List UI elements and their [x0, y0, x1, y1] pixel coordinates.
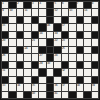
black-cell-r3c3 — [17, 17, 23, 23]
letter-cell-r5c6[interactable]: 18 — [39, 32, 45, 38]
letter-cell-r4c10[interactable] — [69, 24, 75, 30]
letter-cell-r9c12[interactable] — [84, 62, 90, 68]
black-cell-r5c11 — [77, 32, 83, 38]
clue-number: 28 — [54, 53, 57, 57]
black-cell-r3c13 — [92, 17, 98, 23]
letter-cell-r2c9[interactable] — [62, 9, 68, 15]
crossword-grid: 1234567891011121314151617181920212223242… — [0, 0, 100, 100]
clue-number: 32 — [62, 68, 65, 72]
clue-number: 9 — [2, 8, 3, 12]
black-cell-r7c7 — [47, 47, 53, 53]
letter-cell-r12c11[interactable]: 38 — [77, 84, 83, 90]
letter-cell-r13c1[interactable] — [2, 92, 8, 98]
black-cell-r7c3 — [17, 47, 23, 53]
letter-cell-r1c9[interactable]: 6 — [62, 2, 68, 8]
clue-number: 37 — [62, 83, 65, 87]
letter-cell-r6c11[interactable] — [77, 39, 83, 45]
letter-cell-r7c12[interactable] — [84, 47, 90, 53]
letter-cell-r12c2[interactable] — [9, 84, 15, 90]
letter-cell-r10c5[interactable] — [32, 69, 38, 75]
letter-cell-r10c3[interactable] — [17, 69, 23, 75]
clue-number: 26 — [2, 53, 5, 57]
letter-cell-r10c2[interactable] — [9, 69, 15, 75]
letter-cell-r10c10[interactable] — [69, 69, 75, 75]
letter-cell-r7c9[interactable]: 25 — [62, 47, 68, 53]
black-cell-r5c13 — [92, 32, 98, 38]
clue-number: 36 — [54, 83, 57, 87]
letter-cell-r5c2[interactable] — [9, 32, 15, 38]
letter-cell-r10c1[interactable]: 31 — [2, 69, 8, 75]
letter-cell-r9c10[interactable] — [69, 62, 75, 68]
clue-number: 3 — [32, 1, 33, 5]
letter-cell-r13c11[interactable] — [77, 92, 83, 98]
letter-cell-r5c10[interactable] — [69, 32, 75, 38]
letter-cell-r9c8[interactable] — [54, 62, 60, 68]
black-cell-r6c7 — [47, 39, 53, 45]
letter-cell-r12c9[interactable]: 37 — [62, 84, 68, 90]
letter-cell-r5c4[interactable] — [24, 32, 30, 38]
clue-number: 10 — [9, 8, 12, 12]
letter-cell-r12c1[interactable]: 33 — [2, 84, 8, 90]
letter-cell-r6c12[interactable] — [84, 39, 90, 45]
clue-number: 30 — [47, 61, 50, 65]
clue-number: 13 — [69, 8, 72, 12]
letter-cell-r10c13[interactable] — [92, 69, 98, 75]
letter-cell-r6c10[interactable] — [69, 39, 75, 45]
letter-cell-r6c1[interactable]: 20 — [2, 39, 8, 45]
clue-number: 7 — [77, 1, 78, 5]
letter-cell-r13c9[interactable] — [62, 92, 68, 98]
clue-number: 16 — [47, 23, 50, 27]
letter-cell-r11c4[interactable] — [24, 77, 30, 83]
letter-cell-r8c13[interactable] — [92, 54, 98, 60]
clue-number: 38 — [77, 83, 80, 87]
letter-cell-r4c3[interactable] — [17, 24, 23, 30]
clue-number: 22 — [54, 38, 57, 42]
letter-cell-r2c5[interactable] — [32, 9, 38, 15]
clue-number: 19 — [54, 31, 57, 35]
letter-cell-r13c13[interactable] — [92, 92, 98, 98]
black-cell-r10c8 — [54, 69, 60, 75]
letter-cell-r7c2[interactable] — [9, 47, 15, 53]
letter-cell-r4c7[interactable]: 16 — [47, 24, 53, 30]
letter-cell-r13c6[interactable] — [39, 92, 45, 98]
letter-cell-r3c2[interactable] — [9, 17, 15, 23]
letter-cell-r11c10[interactable] — [69, 77, 75, 83]
clue-number: 23 — [62, 38, 65, 42]
black-cell-r2c7 — [47, 9, 53, 15]
clue-number: 35 — [32, 83, 35, 87]
clue-number: 11 — [24, 8, 27, 12]
letter-cell-r5c7[interactable] — [47, 32, 53, 38]
letter-cell-r4c1[interactable]: 15 — [2, 24, 8, 30]
black-cell-r11c7 — [47, 77, 53, 83]
letter-cell-r12c12[interactable] — [84, 84, 90, 90]
black-cell-r13c4 — [24, 92, 30, 98]
black-cell-r10c6 — [39, 69, 45, 75]
letter-cell-r2c10[interactable]: 13 — [69, 9, 75, 15]
clue-number: 40 — [32, 91, 35, 95]
letter-cell-r1c11[interactable]: 7 — [77, 2, 83, 8]
clue-number: 14 — [84, 8, 87, 12]
clue-number: 4 — [39, 1, 40, 5]
letter-cell-r8c4[interactable] — [24, 54, 30, 60]
letter-cell-r3c12[interactable] — [84, 17, 90, 23]
black-cell-r1c7 — [47, 2, 53, 8]
letter-cell-r6c2[interactable] — [9, 39, 15, 45]
clue-number: 17 — [62, 23, 65, 27]
letter-cell-r9c6[interactable]: 29 — [39, 62, 45, 68]
letter-cell-r10c9[interactable]: 32 — [62, 69, 68, 75]
black-cell-r13c2 — [9, 92, 15, 98]
clue-number: 24 — [24, 46, 27, 50]
letter-cell-r2c11[interactable] — [77, 9, 83, 15]
black-cell-r7c13 — [92, 47, 98, 53]
letter-cell-r6c13[interactable] — [92, 39, 98, 45]
letter-cell-r10c7[interactable] — [47, 69, 53, 75]
letter-cell-r4c12[interactable] — [84, 24, 90, 30]
letter-cell-r10c4[interactable] — [24, 69, 30, 75]
letter-cell-r8c2[interactable] — [9, 54, 15, 60]
letter-cell-r8c3[interactable] — [17, 54, 23, 60]
clue-number: 31 — [2, 68, 5, 72]
letter-cell-r12c4[interactable] — [24, 84, 30, 90]
letter-cell-r3c4[interactable] — [24, 17, 30, 23]
letter-cell-r4c2[interactable] — [9, 24, 15, 30]
clue-number: 12 — [54, 8, 57, 12]
letter-cell-r13c5[interactable]: 40 — [32, 92, 38, 98]
letter-cell-r2c8[interactable]: 12 — [54, 9, 60, 15]
letter-cell-r8c12[interactable] — [84, 54, 90, 60]
letter-cell-r12c10[interactable] — [69, 84, 75, 90]
letter-cell-r12c3[interactable]: 34 — [17, 84, 23, 90]
letter-cell-r10c11[interactable] — [77, 69, 83, 75]
clue-number: 6 — [62, 1, 63, 5]
letter-cell-r2c3[interactable] — [17, 9, 23, 15]
letter-cell-r6c3[interactable] — [17, 39, 23, 45]
letter-cell-r5c12[interactable] — [84, 32, 90, 38]
letter-cell-r1c3[interactable]: 2 — [17, 2, 23, 8]
black-cell-r3c5 — [32, 17, 38, 23]
letter-cell-r2c2[interactable]: 10 — [9, 9, 15, 15]
clue-number: 41 — [54, 91, 57, 95]
clue-number: 39 — [92, 83, 95, 87]
letter-cell-r3c6[interactable] — [39, 17, 45, 23]
clue-number: 34 — [17, 83, 20, 87]
black-cell-r9c5 — [32, 62, 38, 68]
letter-cell-r13c3[interactable] — [17, 92, 23, 98]
clue-number: 1 — [2, 1, 3, 5]
letter-cell-r6c8[interactable]: 22 — [54, 39, 60, 45]
clue-number: 21 — [32, 38, 35, 42]
letter-cell-r8c11[interactable] — [77, 54, 83, 60]
black-cell-r5c3 — [17, 32, 23, 38]
letter-cell-r11c12[interactable] — [84, 77, 90, 83]
black-cell-r13c12 — [84, 92, 90, 98]
letter-cell-r2c12[interactable]: 14 — [84, 9, 90, 15]
letter-cell-r8c1[interactable]: 26 — [2, 54, 8, 60]
letter-cell-r12c6[interactable] — [39, 84, 45, 90]
letter-cell-r7c10[interactable] — [69, 47, 75, 53]
black-cell-r13c10 — [69, 92, 75, 98]
letter-cell-r9c2[interactable] — [9, 62, 15, 68]
letter-cell-r10c12[interactable] — [84, 69, 90, 75]
letter-cell-r8c8[interactable]: 28 — [54, 54, 60, 60]
letter-cell-r1c5[interactable]: 3 — [32, 2, 38, 8]
letter-cell-r2c6[interactable] — [39, 9, 45, 15]
letter-cell-r2c13[interactable] — [92, 9, 98, 15]
clue-number: 20 — [2, 38, 5, 42]
black-cell-r9c11 — [77, 62, 83, 68]
clue-number: 15 — [2, 23, 5, 27]
letter-cell-r2c1[interactable]: 9 — [2, 9, 8, 15]
letter-cell-r8c9[interactable] — [62, 54, 68, 60]
letter-cell-r2c4[interactable]: 11 — [24, 9, 30, 15]
clue-number: 18 — [39, 31, 42, 35]
letter-cell-r11c6[interactable] — [39, 77, 45, 83]
letter-cell-r7c4[interactable]: 24 — [24, 47, 30, 53]
black-cell-r7c11 — [77, 47, 83, 53]
letter-cell-r9c4[interactable] — [24, 62, 30, 68]
letter-cell-r13c8[interactable]: 41 — [54, 92, 60, 98]
clue-number: 5 — [54, 1, 55, 5]
letter-cell-r4c9[interactable]: 17 — [62, 24, 68, 30]
letter-cell-r3c10[interactable] — [69, 17, 75, 23]
letter-cell-r8c5[interactable] — [32, 54, 38, 60]
letter-cell-r9c7[interactable]: 30 — [47, 62, 53, 68]
letter-cell-r1c13[interactable]: 8 — [92, 2, 98, 8]
black-cell-r3c11 — [77, 17, 83, 23]
letter-cell-r6c6[interactable] — [39, 39, 45, 45]
black-cell-r9c13 — [92, 62, 98, 68]
clue-number: 2 — [17, 1, 18, 5]
letter-cell-r11c2[interactable] — [9, 77, 15, 83]
letter-cell-r8c10[interactable] — [69, 54, 75, 60]
letter-cell-r12c13[interactable]: 39 — [92, 84, 98, 90]
clue-number: 29 — [39, 61, 42, 65]
letter-cell-r6c5[interactable]: 21 — [32, 39, 38, 45]
black-cell-r13c7 — [47, 92, 53, 98]
letter-cell-r1c6[interactable]: 4 — [39, 2, 45, 8]
letter-cell-r7c5[interactable] — [32, 47, 38, 53]
letter-cell-r4c4[interactable] — [24, 24, 30, 30]
clue-number: 25 — [62, 46, 65, 50]
letter-cell-r4c13[interactable] — [92, 24, 98, 30]
clue-number: 33 — [2, 83, 5, 87]
black-cell-r12c7 — [47, 84, 53, 90]
clue-number: 27 — [39, 53, 42, 57]
clue-number: 8 — [92, 1, 93, 5]
letter-cell-r4c5[interactable] — [32, 24, 38, 30]
black-cell-r9c3 — [17, 62, 23, 68]
letter-cell-r4c11[interactable] — [77, 24, 83, 30]
letter-cell-r3c8[interactable] — [54, 17, 60, 23]
